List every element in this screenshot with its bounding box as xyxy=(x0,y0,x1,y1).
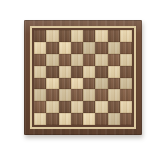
square-r5c7[interactable] xyxy=(108,78,120,90)
square-r7c4[interactable] xyxy=(71,101,83,113)
square-r1c6[interactable] xyxy=(95,30,107,42)
square-r3c1[interactable] xyxy=(34,54,46,66)
square-r2c4[interactable] xyxy=(71,42,83,54)
square-r3c5[interactable] xyxy=(83,54,95,66)
square-r6c6[interactable] xyxy=(95,89,107,101)
square-r1c3[interactable] xyxy=(59,30,71,42)
square-r3c4[interactable] xyxy=(71,54,83,66)
square-r5c5[interactable] xyxy=(83,78,95,90)
square-r7c6[interactable] xyxy=(95,101,107,113)
square-r7c7[interactable] xyxy=(108,101,120,113)
square-r7c5[interactable] xyxy=(83,101,95,113)
square-r4c8[interactable] xyxy=(120,66,132,78)
square-r8c1[interactable] xyxy=(34,113,46,125)
square-r6c2[interactable] xyxy=(46,89,58,101)
square-r6c7[interactable] xyxy=(108,89,120,101)
square-r3c7[interactable] xyxy=(108,54,120,66)
square-r8c2[interactable] xyxy=(46,113,58,125)
square-r4c5[interactable] xyxy=(83,66,95,78)
square-r2c5[interactable] xyxy=(83,42,95,54)
square-r7c1[interactable] xyxy=(34,101,46,113)
square-r6c3[interactable] xyxy=(59,89,71,101)
photo-background xyxy=(0,0,160,160)
square-r1c8[interactable] xyxy=(120,30,132,42)
square-r6c5[interactable] xyxy=(83,89,95,101)
square-r1c4[interactable] xyxy=(71,30,83,42)
square-r8c6[interactable] xyxy=(95,113,107,125)
square-r5c1[interactable] xyxy=(34,78,46,90)
board-inlay-border xyxy=(30,26,136,129)
square-r8c8[interactable] xyxy=(120,113,132,125)
square-r6c4[interactable] xyxy=(71,89,83,101)
square-r8c7[interactable] xyxy=(108,113,120,125)
square-r5c2[interactable] xyxy=(46,78,58,90)
square-r3c2[interactable] xyxy=(46,54,58,66)
square-r1c5[interactable] xyxy=(83,30,95,42)
square-r5c3[interactable] xyxy=(59,78,71,90)
square-r4c3[interactable] xyxy=(59,66,71,78)
square-r1c1[interactable] xyxy=(34,30,46,42)
square-r2c7[interactable] xyxy=(108,42,120,54)
square-r5c8[interactable] xyxy=(120,78,132,90)
square-r5c6[interactable] xyxy=(95,78,107,90)
square-r8c5[interactable] xyxy=(83,113,95,125)
square-r3c8[interactable] xyxy=(120,54,132,66)
square-r3c3[interactable] xyxy=(59,54,71,66)
square-r8c4[interactable] xyxy=(71,113,83,125)
square-r1c7[interactable] xyxy=(108,30,120,42)
square-r2c1[interactable] xyxy=(34,42,46,54)
square-r7c2[interactable] xyxy=(46,101,58,113)
square-r8c3[interactable] xyxy=(59,113,71,125)
chess-board-frame xyxy=(24,20,142,135)
square-r4c4[interactable] xyxy=(71,66,83,78)
board-grid xyxy=(34,30,132,125)
square-r6c1[interactable] xyxy=(34,89,46,101)
square-r4c6[interactable] xyxy=(95,66,107,78)
square-r1c2[interactable] xyxy=(46,30,58,42)
square-r2c2[interactable] xyxy=(46,42,58,54)
square-r4c7[interactable] xyxy=(108,66,120,78)
square-r5c4[interactable] xyxy=(71,78,83,90)
square-r6c8[interactable] xyxy=(120,89,132,101)
square-r2c3[interactable] xyxy=(59,42,71,54)
square-r7c3[interactable] xyxy=(59,101,71,113)
square-r2c6[interactable] xyxy=(95,42,107,54)
square-r7c8[interactable] xyxy=(120,101,132,113)
square-r4c2[interactable] xyxy=(46,66,58,78)
square-r3c6[interactable] xyxy=(95,54,107,66)
square-r4c1[interactable] xyxy=(34,66,46,78)
square-r2c8[interactable] xyxy=(120,42,132,54)
